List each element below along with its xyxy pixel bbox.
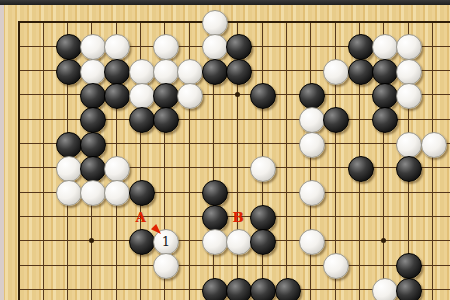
grid-line-horizontal — [18, 265, 450, 266]
black-stone[interactable] — [153, 107, 179, 133]
black-stone[interactable] — [202, 205, 228, 231]
black-stone[interactable] — [226, 59, 252, 85]
black-stone[interactable] — [372, 83, 398, 109]
black-stone[interactable] — [226, 278, 252, 300]
black-stone[interactable] — [80, 156, 106, 182]
black-stone[interactable] — [275, 278, 301, 300]
white-stone[interactable] — [396, 132, 422, 158]
white-stone[interactable] — [396, 59, 422, 85]
black-stone[interactable] — [153, 83, 179, 109]
black-stone[interactable] — [202, 180, 228, 206]
black-stone[interactable] — [104, 83, 130, 109]
white-stone[interactable] — [104, 180, 130, 206]
hoshi-point — [381, 238, 386, 243]
white-stone[interactable] — [80, 180, 106, 206]
black-stone[interactable] — [250, 205, 276, 231]
white-stone[interactable] — [250, 156, 276, 182]
white-stone[interactable] — [104, 156, 130, 182]
white-stone[interactable] — [56, 156, 82, 182]
white-stone[interactable] — [299, 229, 325, 255]
black-stone[interactable] — [348, 34, 374, 60]
grid-line-vertical — [43, 21, 44, 300]
black-stone[interactable] — [80, 107, 106, 133]
grid-line-vertical — [432, 21, 433, 300]
white-stone[interactable] — [323, 253, 349, 279]
hoshi-point — [89, 238, 94, 243]
white-stone[interactable] — [299, 180, 325, 206]
black-stone[interactable] — [226, 34, 252, 60]
black-stone[interactable] — [396, 253, 422, 279]
black-stone[interactable] — [323, 107, 349, 133]
white-stone[interactable] — [153, 34, 179, 60]
window-top-edge — [0, 0, 450, 5]
white-stone[interactable] — [202, 34, 228, 60]
hoshi-point — [235, 92, 240, 97]
white-stone[interactable] — [372, 278, 398, 300]
grid-line-vertical — [310, 21, 311, 300]
white-stone[interactable] — [177, 59, 203, 85]
move-number-label: 1 — [162, 235, 170, 248]
white-stone[interactable] — [396, 34, 422, 60]
marker-B: B — [232, 210, 243, 223]
white-stone[interactable] — [153, 253, 179, 279]
black-stone[interactable] — [396, 278, 422, 300]
black-stone[interactable] — [202, 278, 228, 300]
black-stone[interactable] — [56, 59, 82, 85]
white-stone[interactable] — [80, 34, 106, 60]
white-stone[interactable] — [396, 83, 422, 109]
black-stone[interactable] — [56, 132, 82, 158]
white-stone[interactable] — [226, 229, 252, 255]
black-stone[interactable] — [129, 229, 155, 255]
black-stone[interactable] — [56, 34, 82, 60]
black-stone[interactable] — [372, 107, 398, 133]
window-left-edge — [0, 0, 4, 300]
grid-line-vertical — [18, 21, 20, 300]
grid-line-horizontal — [18, 21, 450, 23]
black-stone[interactable] — [348, 156, 374, 182]
grid-line-vertical — [286, 21, 287, 300]
black-stone[interactable] — [348, 59, 374, 85]
go-board[interactable]: 1AB — [0, 0, 450, 300]
black-stone[interactable] — [250, 83, 276, 109]
white-stone[interactable] — [129, 59, 155, 85]
white-stone[interactable] — [299, 132, 325, 158]
black-stone[interactable] — [129, 180, 155, 206]
white-stone[interactable] — [80, 59, 106, 85]
white-stone[interactable] — [177, 83, 203, 109]
white-stone[interactable] — [421, 132, 447, 158]
white-stone[interactable] — [299, 107, 325, 133]
white-stone[interactable] — [129, 83, 155, 109]
black-stone[interactable] — [104, 59, 130, 85]
white-stone[interactable] — [202, 10, 228, 36]
black-stone[interactable] — [80, 83, 106, 109]
black-stone[interactable] — [129, 107, 155, 133]
black-stone[interactable] — [80, 132, 106, 158]
black-stone[interactable] — [396, 156, 422, 182]
white-stone[interactable] — [104, 34, 130, 60]
black-stone[interactable] — [299, 83, 325, 109]
white-stone[interactable] — [202, 229, 228, 255]
move-1-stone[interactable]: 1 — [153, 229, 179, 255]
white-stone[interactable] — [372, 34, 398, 60]
white-stone[interactable] — [323, 59, 349, 85]
black-stone[interactable] — [202, 59, 228, 85]
go-app-window: 1AB — [0, 0, 450, 300]
white-stone[interactable] — [56, 180, 82, 206]
marker-A: A — [136, 210, 146, 223]
black-stone[interactable] — [250, 229, 276, 255]
white-stone[interactable] — [153, 59, 179, 85]
black-stone[interactable] — [250, 278, 276, 300]
black-stone[interactable] — [372, 59, 398, 85]
